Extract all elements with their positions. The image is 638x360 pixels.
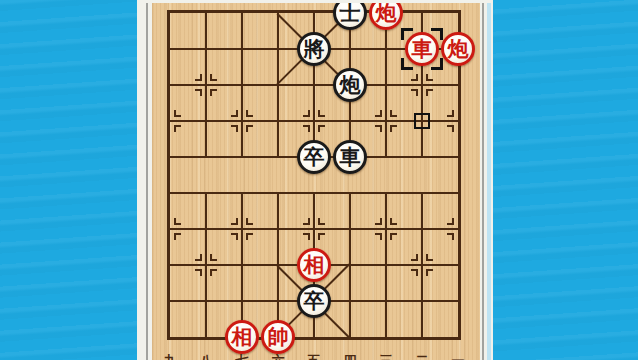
point-marker xyxy=(375,218,382,225)
point-marker xyxy=(375,233,382,240)
point-marker xyxy=(303,125,310,132)
frame-top-edge xyxy=(137,0,493,3)
grid-line-vertical xyxy=(241,193,243,337)
point-marker xyxy=(246,233,253,240)
piece-black-soldier[interactable]: 卒 xyxy=(297,140,331,174)
point-marker xyxy=(195,269,202,276)
file-label: 四 xyxy=(338,352,362,360)
point-marker xyxy=(246,110,253,117)
point-marker xyxy=(231,233,238,240)
piece-red-cannon[interactable]: 炮 xyxy=(441,32,475,66)
piece-red-elephant[interactable]: 相 xyxy=(225,320,259,354)
file-label: 八 xyxy=(194,352,218,360)
grid-line-vertical xyxy=(385,193,387,337)
point-marker xyxy=(375,125,382,132)
point-marker xyxy=(231,125,238,132)
point-marker xyxy=(411,254,418,261)
piece-red-general[interactable]: 帥 xyxy=(261,320,295,354)
xiangqi-board[interactable]: 士炮將車炮炮卒車相卒相帥九八七六五四三二一 xyxy=(0,0,638,360)
point-marker xyxy=(390,218,397,225)
grid-line-vertical xyxy=(421,193,423,337)
point-marker xyxy=(447,233,454,240)
file-label: 九 xyxy=(158,352,182,360)
point-marker xyxy=(210,89,217,96)
point-marker xyxy=(426,74,433,81)
point-marker xyxy=(390,110,397,117)
piece-black-soldier[interactable]: 卒 xyxy=(297,284,331,318)
point-marker xyxy=(318,125,325,132)
point-marker xyxy=(303,110,310,117)
piece-black-chariot[interactable]: 車 xyxy=(333,140,367,174)
point-marker xyxy=(195,89,202,96)
point-marker xyxy=(426,89,433,96)
point-marker xyxy=(210,254,217,261)
point-marker xyxy=(411,74,418,81)
point-marker xyxy=(303,233,310,240)
file-label: 五 xyxy=(302,352,326,360)
point-marker xyxy=(231,110,238,117)
point-marker xyxy=(411,269,418,276)
point-marker xyxy=(195,74,202,81)
grid-line-vertical xyxy=(205,13,207,157)
point-marker xyxy=(318,110,325,117)
point-marker xyxy=(318,218,325,225)
point-marker xyxy=(411,89,418,96)
app-screen: 士炮將車炮炮卒車相卒相帥九八七六五四三二一 xyxy=(0,0,638,360)
point-marker xyxy=(195,254,202,261)
point-marker xyxy=(231,218,238,225)
point-marker xyxy=(318,233,325,240)
last-move-origin-marker xyxy=(414,113,430,129)
point-marker xyxy=(246,125,253,132)
point-marker xyxy=(390,125,397,132)
point-marker xyxy=(447,110,454,117)
piece-red-elephant[interactable]: 相 xyxy=(297,248,331,282)
file-label: 一 xyxy=(446,352,470,360)
grid-line-vertical xyxy=(205,193,207,337)
file-label: 三 xyxy=(374,352,398,360)
grid-line-vertical xyxy=(241,13,243,157)
point-marker xyxy=(303,218,310,225)
point-marker xyxy=(390,233,397,240)
point-marker xyxy=(375,110,382,117)
point-marker xyxy=(246,218,253,225)
point-marker xyxy=(210,269,217,276)
point-marker xyxy=(210,74,217,81)
point-marker xyxy=(174,233,181,240)
piece-black-cannon[interactable]: 炮 xyxy=(333,68,367,102)
piece-black-general[interactable]: 將 xyxy=(297,32,331,66)
point-marker xyxy=(447,125,454,132)
point-marker xyxy=(447,218,454,225)
piece-red-chariot[interactable]: 車 xyxy=(405,32,439,66)
grid-line-vertical xyxy=(385,13,387,157)
point-marker xyxy=(174,110,181,117)
point-marker xyxy=(426,254,433,261)
point-marker xyxy=(426,269,433,276)
point-marker xyxy=(174,218,181,225)
point-marker xyxy=(174,125,181,132)
file-label: 二 xyxy=(410,352,434,360)
